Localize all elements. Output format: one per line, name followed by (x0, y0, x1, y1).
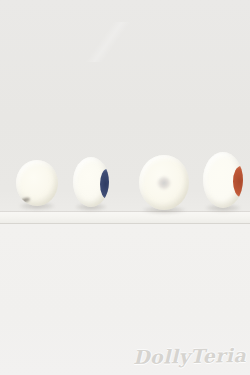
watermark-dollyteria: DollyTeria (133, 344, 247, 368)
eye-shell (203, 152, 243, 208)
acrylic-shelf-edge (0, 211, 250, 224)
center-mark (155, 173, 173, 191)
doll-eye-side-view-blue (73, 157, 109, 207)
doll-eye-back-view-2 (139, 155, 189, 210)
doll-eye-side-view-orange (203, 152, 243, 208)
eye-shell (16, 160, 58, 206)
blue-iris (100, 169, 109, 199)
eye-shell (139, 155, 189, 210)
doll-eye-back-view-1 (16, 160, 58, 206)
reflection-streak (78, 22, 138, 62)
product-photo: DollyTeria (0, 0, 250, 375)
orange-iris (233, 166, 243, 197)
eye-shell (73, 157, 109, 207)
eye-smudge-mark (21, 197, 31, 203)
